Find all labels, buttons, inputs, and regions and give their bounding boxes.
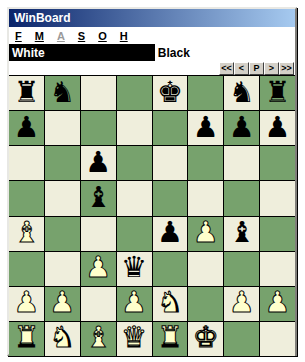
black-knight: ♞: [229, 78, 255, 107]
winboard-window: WinBoard F M A S O H White Black << < P …: [7, 7, 297, 356]
square-c1[interactable]: ♝: [81, 322, 116, 356]
square-c6[interactable]: ♟: [81, 146, 116, 180]
player-name-bar: White Black: [9, 44, 295, 61]
square-f2[interactable]: [188, 287, 223, 321]
white-rook: ♜: [13, 323, 39, 352]
square-f5[interactable]: [188, 181, 223, 215]
forward-to-end-button[interactable]: >>: [279, 62, 294, 75]
square-a5[interactable]: [9, 181, 44, 215]
square-f6[interactable]: [188, 146, 223, 180]
white-queen: ♛: [121, 323, 147, 352]
white-pawn: ♟: [49, 288, 75, 317]
black-knight: ♞: [49, 78, 75, 107]
square-e5[interactable]: [153, 181, 188, 215]
square-a6[interactable]: [9, 146, 44, 180]
square-d3[interactable]: ♛: [117, 252, 152, 286]
square-c8[interactable]: [81, 76, 116, 110]
menu-help[interactable]: H: [120, 30, 128, 42]
square-e2[interactable]: ♞: [153, 287, 188, 321]
square-a7[interactable]: ♟: [9, 111, 44, 145]
square-c7[interactable]: [81, 111, 116, 145]
navigation-strip: << < P > >>: [9, 61, 295, 75]
square-g8[interactable]: ♞: [224, 76, 259, 110]
square-f1[interactable]: ♚: [188, 322, 223, 356]
square-e3[interactable]: [153, 252, 188, 286]
menu-action[interactable]: A: [57, 30, 65, 42]
square-h2[interactable]: ♟: [260, 287, 295, 321]
chess-board: ♜♞♚♞♜♟♟♟♟♟♝♝♟♟♝♟♛♟♟♟♞♟♟♜♞♝♛♜♚: [9, 75, 295, 356]
square-b5[interactable]: [45, 181, 80, 215]
white-player-label: White: [9, 44, 155, 61]
square-g2[interactable]: ♟: [224, 287, 259, 321]
square-b8[interactable]: ♞: [45, 76, 80, 110]
square-b3[interactable]: [45, 252, 80, 286]
white-king: ♚: [193, 323, 219, 352]
white-pawn: ♟: [85, 253, 111, 282]
rewind-to-start-button[interactable]: <<: [219, 62, 234, 75]
menu-step[interactable]: S: [78, 30, 85, 42]
black-pawn: ♟: [13, 113, 39, 142]
white-pawn: ♟: [13, 288, 39, 317]
square-b1[interactable]: ♞: [45, 322, 80, 356]
black-king: ♚: [157, 78, 183, 107]
step-back-button[interactable]: <: [234, 62, 249, 75]
black-pawn: ♟: [193, 113, 219, 142]
square-g3[interactable]: [224, 252, 259, 286]
square-a4[interactable]: ♝: [9, 217, 44, 251]
square-d8[interactable]: [117, 76, 152, 110]
square-a2[interactable]: ♟: [9, 287, 44, 321]
square-h4[interactable]: [260, 217, 295, 251]
black-bishop: ♝: [229, 218, 255, 247]
square-f4[interactable]: ♟: [188, 217, 223, 251]
square-h5[interactable]: [260, 181, 295, 215]
square-a3[interactable]: [9, 252, 44, 286]
menu-mode[interactable]: M: [35, 30, 44, 42]
square-e7[interactable]: [153, 111, 188, 145]
square-a8[interactable]: ♜: [9, 76, 44, 110]
square-b4[interactable]: [45, 217, 80, 251]
white-knight: ♞: [49, 323, 75, 352]
square-h8[interactable]: ♜: [260, 76, 295, 110]
menu-file[interactable]: F: [15, 30, 22, 42]
white-pawn: ♟: [121, 288, 147, 317]
square-d5[interactable]: [117, 181, 152, 215]
square-d1[interactable]: ♛: [117, 322, 152, 356]
black-pawn: ♟: [265, 113, 291, 142]
square-h6[interactable]: [260, 146, 295, 180]
square-g7[interactable]: ♟: [224, 111, 259, 145]
white-pawn: ♟: [265, 288, 291, 317]
square-e8[interactable]: ♚: [153, 76, 188, 110]
white-rook: ♜: [157, 323, 183, 352]
step-forward-button[interactable]: >: [264, 62, 279, 75]
square-d7[interactable]: [117, 111, 152, 145]
square-e6[interactable]: [153, 146, 188, 180]
square-g6[interactable]: [224, 146, 259, 180]
black-pawn: ♟: [157, 218, 183, 247]
square-f3[interactable]: [188, 252, 223, 286]
square-d4[interactable]: [117, 217, 152, 251]
black-bishop: ♝: [85, 183, 111, 212]
black-rook: ♜: [13, 78, 39, 107]
square-d6[interactable]: [117, 146, 152, 180]
square-h1[interactable]: [260, 322, 295, 356]
square-b2[interactable]: ♟: [45, 287, 80, 321]
square-f8[interactable]: [188, 76, 223, 110]
menu-bar: F M A S O H: [9, 27, 295, 44]
white-bishop: ♝: [85, 323, 111, 352]
square-a1[interactable]: ♜: [9, 322, 44, 356]
square-c2[interactable]: [81, 287, 116, 321]
white-pawn: ♟: [229, 288, 255, 317]
black-pawn: ♟: [85, 148, 111, 177]
pause-button[interactable]: P: [249, 62, 264, 75]
square-h7[interactable]: ♟: [260, 111, 295, 145]
menu-options[interactable]: O: [98, 30, 107, 42]
white-bishop: ♝: [13, 218, 39, 247]
square-c4[interactable]: [81, 217, 116, 251]
square-e1[interactable]: ♜: [153, 322, 188, 356]
square-c5[interactable]: ♝: [81, 181, 116, 215]
square-g5[interactable]: [224, 181, 259, 215]
square-b6[interactable]: [45, 146, 80, 180]
white-pawn: ♟: [193, 218, 219, 247]
square-f7[interactable]: ♟: [188, 111, 223, 145]
square-e4[interactable]: ♟: [153, 217, 188, 251]
white-knight: ♞: [157, 288, 183, 317]
square-g4[interactable]: ♝: [224, 217, 259, 251]
square-c3[interactable]: ♟: [81, 252, 116, 286]
square-d2[interactable]: ♟: [117, 287, 152, 321]
black-queen: ♛: [121, 253, 147, 282]
square-g1[interactable]: [224, 322, 259, 356]
square-b7[interactable]: [45, 111, 80, 145]
black-player-label: Black: [155, 44, 295, 61]
black-rook: ♜: [265, 78, 291, 107]
screenshot-root: WinBoard F M A S O H White Black << < P …: [0, 0, 305, 362]
black-pawn: ♟: [229, 113, 255, 142]
window-title: WinBoard: [14, 9, 71, 27]
title-bar[interactable]: WinBoard: [9, 9, 295, 27]
square-h3[interactable]: [260, 252, 295, 286]
